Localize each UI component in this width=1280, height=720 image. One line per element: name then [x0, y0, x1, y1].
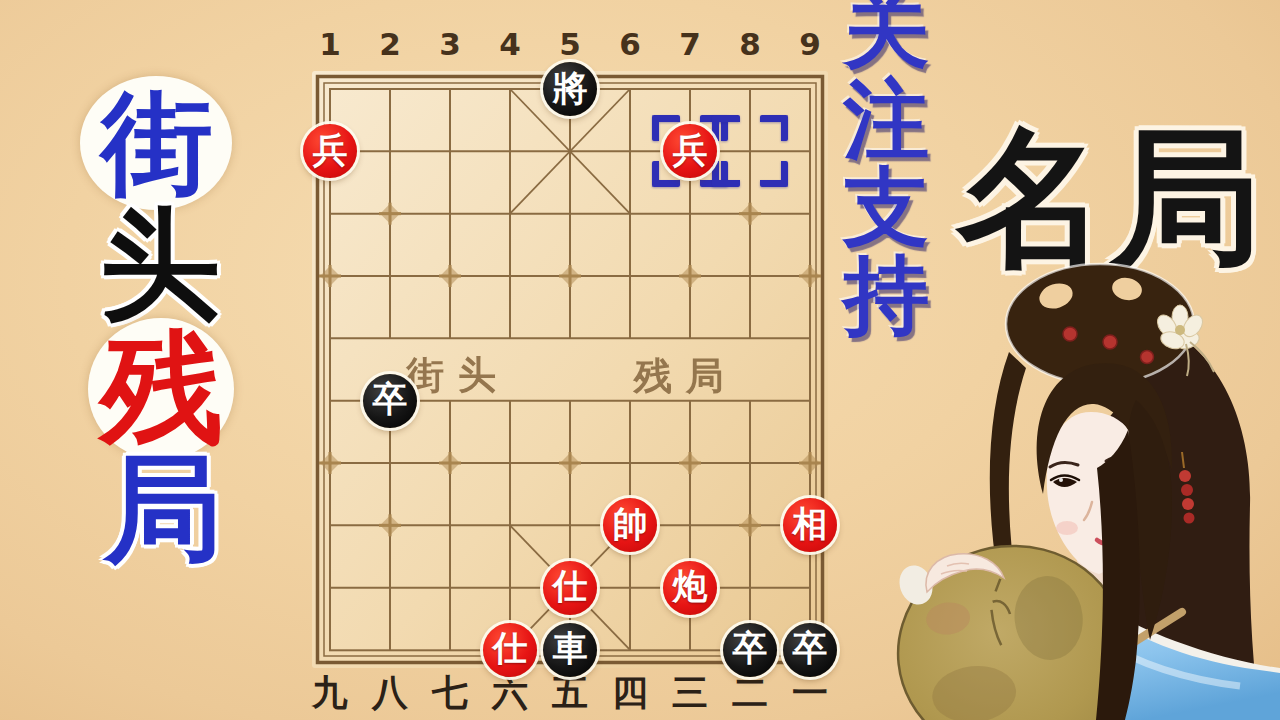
- title-char-1: 街: [92, 88, 222, 200]
- piece-red-兵[interactable]: 兵: [303, 124, 357, 178]
- piece-glyph: 仕: [493, 625, 528, 672]
- piece-red-兵[interactable]: 兵: [663, 124, 717, 178]
- subscribe-char-1: 关: [840, 0, 932, 72]
- piece-glyph: 卒: [733, 625, 768, 672]
- piece-red-仕[interactable]: 仕: [483, 623, 537, 677]
- piece-glyph: 炮: [673, 563, 708, 610]
- piece-black-將[interactable]: 將: [543, 62, 597, 116]
- piece-glyph: 車: [553, 625, 588, 672]
- piece-red-炮[interactable]: 炮: [663, 561, 717, 615]
- piece-glyph: 卒: [793, 625, 828, 672]
- title-char-2: 头: [95, 206, 225, 326]
- piece-glyph: 卒: [373, 376, 408, 423]
- thumbnail-stage: 123456789九八七六五四三二一 街头 残局 將兵兵卒帥相仕炮仕車卒卒 街 …: [0, 0, 1280, 720]
- piece-glyph: 帥: [613, 501, 648, 548]
- piece-black-卒[interactable]: 卒: [783, 623, 837, 677]
- piece-black-卒[interactable]: 卒: [363, 374, 417, 428]
- subscribe-char-4: 持: [840, 253, 932, 339]
- piece-glyph: 將: [553, 65, 588, 112]
- piece-glyph: 仕: [553, 563, 588, 610]
- title-char-4: 局: [98, 452, 228, 570]
- subscribe-char-3: 支: [840, 165, 932, 251]
- right-title: 名局: [946, 124, 1276, 274]
- subscribe-char-2: 注: [840, 77, 932, 163]
- piece-glyph: 相: [793, 501, 828, 548]
- piece-glyph: 兵: [673, 127, 708, 174]
- piece-red-仕[interactable]: 仕: [543, 561, 597, 615]
- piece-glyph: 兵: [313, 127, 348, 174]
- piece-black-車[interactable]: 車: [543, 623, 597, 677]
- piece-red-相[interactable]: 相: [783, 498, 837, 552]
- title-char-3: 残: [97, 328, 227, 450]
- piece-red-帥[interactable]: 帥: [603, 498, 657, 552]
- piece-black-卒[interactable]: 卒: [723, 623, 777, 677]
